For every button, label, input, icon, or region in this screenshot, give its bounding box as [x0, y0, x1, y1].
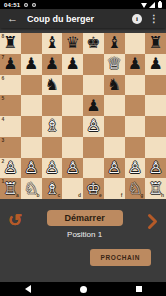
- notification-icon: [32, 3, 36, 7]
- white-pawn-piece: ♙: [128, 159, 142, 175]
- file-label: d: [78, 193, 81, 198]
- square-a1[interactable]: 1a♖: [0, 178, 21, 199]
- nav-recents-icon[interactable]: [136, 286, 142, 292]
- square-e1[interactable]: e♔: [83, 178, 104, 199]
- start-group: Démarrer Position 1: [22, 210, 147, 239]
- white-pawn-piece: ♙: [24, 159, 38, 175]
- android-nav-bar: [0, 282, 166, 296]
- square-e3[interactable]: [83, 137, 104, 158]
- black-pawn-piece: ♟: [86, 97, 100, 113]
- square-b6[interactable]: [21, 75, 42, 96]
- status-icons: [141, 2, 162, 8]
- overflow-menu-icon[interactable]: ⋮: [149, 14, 159, 24]
- square-f8[interactable]: ♝: [104, 33, 125, 54]
- square-d8[interactable]: ♛: [62, 33, 83, 54]
- square-a4[interactable]: 4: [0, 116, 21, 137]
- rank-label: 4: [2, 117, 5, 122]
- file-label: h: [161, 193, 164, 198]
- square-h3[interactable]: [145, 137, 166, 158]
- square-b7[interactable]: ♟: [21, 54, 42, 75]
- chess-board: 8♜♝♛♚♝♜7♟♟♟♟♕♟♟6♞♞5♟4♗♙32♙♙♙♙♙♙♙1a♖b♘c♗d…: [0, 33, 166, 199]
- square-e4[interactable]: ♙: [83, 116, 104, 137]
- reset-icon[interactable]: ↺: [8, 212, 22, 229]
- white-pawn-piece: ♙: [3, 159, 17, 175]
- square-a5[interactable]: 5: [0, 95, 21, 116]
- file-label: g: [140, 193, 143, 198]
- black-pawn-piece: ♟: [24, 56, 38, 72]
- square-f3[interactable]: [104, 137, 125, 158]
- rank-label: 3: [2, 138, 5, 143]
- black-rook-piece: ♜: [148, 35, 162, 51]
- black-bishop-piece: ♝: [107, 35, 121, 51]
- square-f1[interactable]: f: [104, 178, 125, 199]
- square-c6[interactable]: ♞: [42, 75, 63, 96]
- square-f6[interactable]: ♞: [104, 75, 125, 96]
- rank-label: 2: [2, 159, 5, 164]
- black-knight-piece: ♞: [107, 76, 121, 92]
- white-bishop-piece: ♗: [45, 118, 59, 134]
- square-f5[interactable]: [104, 95, 125, 116]
- square-g2[interactable]: ♙: [125, 158, 146, 179]
- square-d5[interactable]: [62, 95, 83, 116]
- start-button[interactable]: Démarrer: [47, 210, 123, 226]
- square-f2[interactable]: ♙: [104, 158, 125, 179]
- white-queen-piece: ♕: [107, 56, 121, 72]
- file-label: c: [57, 193, 60, 198]
- black-pawn-piece: ♟: [3, 56, 17, 72]
- black-pawn-piece: ♟: [65, 56, 79, 72]
- square-f7[interactable]: ♕: [104, 54, 125, 75]
- back-arrow-icon[interactable]: ←: [7, 13, 18, 24]
- square-b8[interactable]: [21, 33, 42, 54]
- white-bishop-piece: ♗: [45, 180, 59, 196]
- square-h5[interactable]: [145, 95, 166, 116]
- page-title: Coup du berger: [27, 14, 132, 24]
- file-label: f: [121, 193, 123, 198]
- square-a6[interactable]: 6: [0, 75, 21, 96]
- black-bishop-piece: ♝: [45, 35, 59, 51]
- square-d4[interactable]: [62, 116, 83, 137]
- square-c8[interactable]: ♝: [42, 33, 63, 54]
- rank-label: 6: [2, 76, 5, 81]
- rank-label: 7: [2, 55, 5, 60]
- square-a3[interactable]: 3: [0, 137, 21, 158]
- square-c2[interactable]: ♙: [42, 158, 63, 179]
- next-chevron-icon[interactable]: [147, 213, 158, 230]
- nav-home-icon[interactable]: [80, 286, 87, 293]
- notification-icon: [24, 3, 28, 7]
- nav-back-icon[interactable]: [25, 285, 31, 293]
- rank-label: 5: [2, 96, 5, 101]
- white-knight-piece: ♘: [128, 180, 142, 196]
- square-d6[interactable]: [62, 75, 83, 96]
- rank-label: 1: [2, 179, 5, 184]
- white-pawn-piece: ♙: [148, 159, 162, 175]
- black-knight-piece: ♞: [45, 76, 59, 92]
- square-b4[interactable]: [21, 116, 42, 137]
- square-b3[interactable]: [21, 137, 42, 158]
- square-h4[interactable]: [145, 116, 166, 137]
- white-pawn-piece: ♙: [107, 159, 121, 175]
- square-d3[interactable]: [62, 137, 83, 158]
- square-g3[interactable]: [125, 137, 146, 158]
- square-e6[interactable]: [83, 75, 104, 96]
- white-rook-piece: ♖: [3, 180, 17, 196]
- square-h1[interactable]: h♖: [145, 178, 166, 199]
- black-rook-piece: ♜: [3, 35, 17, 51]
- square-h2[interactable]: ♙: [145, 158, 166, 179]
- file-label: e: [99, 193, 102, 198]
- black-pawn-piece: ♟: [148, 56, 162, 72]
- square-e2[interactable]: [83, 158, 104, 179]
- square-b5[interactable]: [21, 95, 42, 116]
- square-e7[interactable]: [83, 54, 104, 75]
- square-c7[interactable]: ♟: [42, 54, 63, 75]
- square-g7[interactable]: ♟: [125, 54, 146, 75]
- white-king-piece: ♔: [86, 180, 100, 196]
- square-h6[interactable]: [145, 75, 166, 96]
- black-queen-piece: ♛: [65, 35, 79, 51]
- square-b1[interactable]: b♘: [21, 178, 42, 199]
- signal-icon: [149, 2, 155, 8]
- square-c1[interactable]: c♗: [42, 178, 63, 199]
- black-pawn-piece: ♟: [128, 56, 142, 72]
- square-h8[interactable]: ♜: [145, 33, 166, 54]
- square-b2[interactable]: ♙: [21, 158, 42, 179]
- file-label: b: [36, 193, 39, 198]
- controls-row-next: PROCHAIN: [0, 239, 166, 266]
- position-label: Position 1: [67, 230, 102, 239]
- square-d2[interactable]: ♙: [62, 158, 83, 179]
- app-bar: ← Coup du berger i ⋮: [0, 9, 166, 28]
- controls-row-main: ↺ Démarrer Position 1: [0, 210, 166, 239]
- info-icon[interactable]: i: [132, 14, 142, 24]
- white-pawn-piece: ♙: [45, 159, 59, 175]
- square-a2[interactable]: 2♙: [0, 158, 21, 179]
- white-pawn-piece: ♙: [86, 118, 100, 134]
- black-king-piece: ♚: [86, 35, 100, 51]
- square-g8[interactable]: [125, 33, 146, 54]
- square-a7[interactable]: 7♟: [0, 54, 21, 75]
- square-g1[interactable]: g♘: [125, 178, 146, 199]
- square-d1[interactable]: d: [62, 178, 83, 199]
- square-a8[interactable]: 8♜: [0, 33, 21, 54]
- square-g4[interactable]: [125, 116, 146, 137]
- file-label: a: [16, 193, 19, 198]
- controls-panel: ↺ Démarrer Position 1 PROCHAIN: [0, 199, 166, 282]
- black-pawn-piece: ♟: [45, 56, 59, 72]
- square-h7[interactable]: ♟: [145, 54, 166, 75]
- white-pawn-piece: ♙: [65, 159, 79, 175]
- rank-label: 8: [2, 34, 5, 39]
- square-c4[interactable]: ♗: [42, 116, 63, 137]
- square-e8[interactable]: ♚: [83, 33, 104, 54]
- status-bar: 04:51: [0, 0, 166, 9]
- square-f4[interactable]: [104, 116, 125, 137]
- wifi-icon: [141, 3, 147, 8]
- white-rook-piece: ♖: [148, 180, 162, 196]
- square-d7[interactable]: ♟: [62, 54, 83, 75]
- battery-icon: [158, 2, 162, 8]
- clock: 04:51: [4, 2, 20, 8]
- square-g5[interactable]: [125, 95, 146, 116]
- square-c5[interactable]: [42, 95, 63, 116]
- white-knight-piece: ♘: [24, 180, 38, 196]
- square-g6[interactable]: [125, 75, 146, 96]
- square-c3[interactable]: [42, 137, 63, 158]
- square-e5[interactable]: ♟: [83, 95, 104, 116]
- next-button[interactable]: PROCHAIN: [90, 249, 151, 266]
